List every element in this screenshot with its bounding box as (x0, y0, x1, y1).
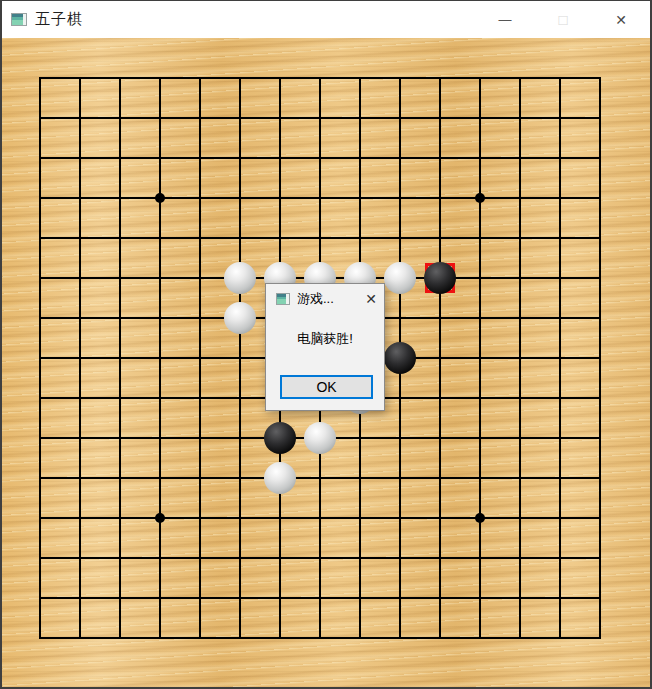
stone-white (384, 262, 416, 294)
window-controls: — □ ✕ (476, 1, 650, 38)
gomoku-board[interactable]: 游戏... ✕ 电脑获胜! OK (2, 38, 650, 687)
stone-white (264, 462, 296, 494)
app-window: 五子棋 — □ ✕ 游戏... ✕ 电脑获胜! OK (0, 0, 652, 689)
game-over-dialog: 游戏... ✕ 电脑获胜! OK (265, 283, 385, 411)
stone-white (304, 422, 336, 454)
stone-black (424, 262, 456, 294)
dialog-title: 游戏... (297, 290, 334, 308)
ok-button[interactable]: OK (280, 375, 373, 399)
maximize-icon: □ (558, 11, 567, 28)
app-icon (11, 13, 27, 26)
maximize-button[interactable]: □ (534, 1, 592, 38)
title-bar: 五子棋 — □ ✕ (2, 1, 650, 38)
close-icon: ✕ (615, 12, 627, 28)
minimize-button[interactable]: — (476, 1, 534, 38)
star-point (155, 193, 165, 203)
star-point (155, 513, 165, 523)
star-point (475, 193, 485, 203)
minimize-icon: — (499, 12, 512, 27)
dialog-close-icon[interactable]: ✕ (365, 292, 377, 306)
stone-white (224, 302, 256, 334)
window-title: 五子棋 (35, 10, 83, 29)
stone-black (264, 422, 296, 454)
dialog-title-bar: 游戏... ✕ (266, 284, 384, 308)
dialog-message: 电脑获胜! (266, 330, 384, 348)
dialog-app-icon (276, 293, 290, 305)
close-button[interactable]: ✕ (592, 1, 650, 38)
star-point (475, 513, 485, 523)
stone-white (224, 262, 256, 294)
stone-black (384, 342, 416, 374)
